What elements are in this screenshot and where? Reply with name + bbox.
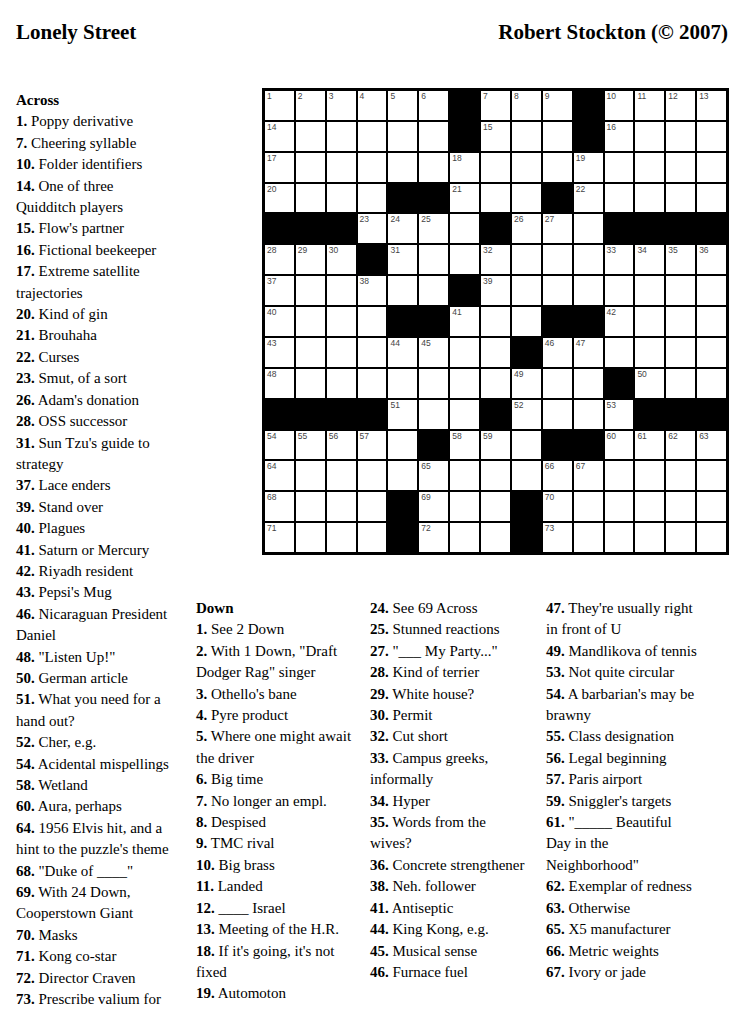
- cell-r4c9[interactable]: [512, 184, 541, 213]
- clue-down-30: 30. Permit: [370, 705, 526, 726]
- black-cell-r2c11: [574, 122, 603, 151]
- cell-r1c9[interactable]: 8: [512, 91, 541, 120]
- cell-r7c11[interactable]: [574, 276, 603, 305]
- clue-down-28: 28. Kind of terrier: [370, 662, 526, 683]
- cell-r6c12[interactable]: 33: [605, 245, 634, 274]
- cell-r6c7[interactable]: [450, 245, 479, 274]
- cell-r10c7[interactable]: [450, 369, 479, 398]
- cell-r10c2[interactable]: [296, 369, 325, 398]
- cell-r13c11[interactable]: 67: [574, 461, 603, 490]
- cell-r1c10[interactable]: 9: [543, 91, 572, 120]
- clue-down-56: 56. Legal beginning: [546, 748, 698, 769]
- cell-r1c4[interactable]: 4: [358, 91, 387, 120]
- clue-across-69: 69. With 24 Down, Cooperstown Giant: [16, 882, 174, 925]
- clue-number: 55.: [546, 728, 565, 744]
- cell-r9c5[interactable]: 44: [388, 338, 417, 367]
- cell-number-72: 72: [421, 523, 430, 533]
- black-cell-r10c12: [605, 369, 634, 398]
- cell-number-57: 57: [360, 431, 369, 441]
- black-cell-r14c5: [388, 492, 417, 521]
- cell-r14c12[interactable]: [605, 492, 634, 521]
- cell-r6c5[interactable]: 31: [388, 245, 417, 274]
- cell-r13c15[interactable]: [697, 461, 726, 490]
- cell-r8c8[interactable]: [481, 307, 510, 336]
- cell-r6c3[interactable]: 30: [327, 245, 356, 274]
- cell-number-59: 59: [483, 431, 492, 441]
- clue-across-42: 42. Riyadh resident: [16, 561, 174, 582]
- cell-r15c4[interactable]: [358, 523, 387, 552]
- cell-r12c12[interactable]: 60: [605, 431, 634, 460]
- black-cell-r5c15: [697, 214, 726, 243]
- cell-r3c14[interactable]: [666, 153, 695, 182]
- cell-number-67: 67: [576, 461, 585, 471]
- cell-number-56: 56: [329, 431, 338, 441]
- cell-r6c2[interactable]: 29: [296, 245, 325, 274]
- clue-down-19: 19. Automoton: [196, 983, 356, 1004]
- cell-r3c12[interactable]: [605, 153, 634, 182]
- cell-r11c5[interactable]: 51: [388, 400, 417, 429]
- cell-r8c12[interactable]: 42: [605, 307, 634, 336]
- cell-r5c11[interactable]: [574, 214, 603, 243]
- cell-r9c8[interactable]: [481, 338, 510, 367]
- cell-r11c7[interactable]: [450, 400, 479, 429]
- cell-r15c12[interactable]: [605, 523, 634, 552]
- cell-r3c1[interactable]: 17: [265, 153, 294, 182]
- clue-number: 37.: [16, 477, 35, 493]
- clue-number: 57.: [546, 771, 565, 787]
- clue-down-5: 5. Where one might await the driver: [196, 726, 356, 769]
- cell-r8c14[interactable]: [666, 307, 695, 336]
- cell-r1c8[interactable]: 7: [481, 91, 510, 120]
- clue-across-46: 46. Nicaraguan President Daniel: [16, 604, 174, 647]
- cell-r3c2[interactable]: [296, 153, 325, 182]
- cell-r10c3[interactable]: [327, 369, 356, 398]
- cell-number-20: 20: [267, 184, 276, 194]
- cell-r3c7[interactable]: 18: [450, 153, 479, 182]
- cell-r13c12[interactable]: [605, 461, 634, 490]
- cell-r1c13[interactable]: 11: [635, 91, 664, 120]
- cell-r12c4[interactable]: 57: [358, 431, 387, 460]
- cell-number-24: 24: [390, 214, 399, 224]
- cell-number-34: 34: [637, 245, 646, 255]
- cell-r7c14[interactable]: [666, 276, 695, 305]
- clue-down-9: 9. TMC rival: [196, 833, 356, 854]
- cell-r9c15[interactable]: [697, 338, 726, 367]
- clue-number: 29.: [370, 686, 389, 702]
- cell-r7c3[interactable]: [327, 276, 356, 305]
- cell-r10c1[interactable]: 48: [265, 369, 294, 398]
- cell-r5c7[interactable]: [450, 214, 479, 243]
- cell-r13c13[interactable]: [635, 461, 664, 490]
- cell-number-66: 66: [545, 461, 554, 471]
- cell-r15c14[interactable]: [666, 523, 695, 552]
- cell-number-27: 27: [545, 214, 554, 224]
- clue-number: 1.: [16, 113, 27, 129]
- clue-number: 67.: [546, 964, 565, 980]
- black-cell-r11c2: [296, 400, 325, 429]
- cell-number-22: 22: [576, 184, 585, 194]
- cell-r4c14[interactable]: [666, 184, 695, 213]
- cell-r4c12[interactable]: [605, 184, 634, 213]
- cell-r9c10[interactable]: 46: [543, 338, 572, 367]
- cell-r4c13[interactable]: [635, 184, 664, 213]
- cell-r15c6[interactable]: 72: [419, 523, 448, 552]
- clue-number: 6.: [196, 771, 207, 787]
- cell-r12c8[interactable]: 59: [481, 431, 510, 460]
- cell-r2c9[interactable]: [512, 122, 541, 151]
- cell-r1c1[interactable]: 1: [265, 91, 294, 120]
- cell-r9c6[interactable]: 45: [419, 338, 448, 367]
- cell-number-70: 70: [545, 492, 554, 502]
- cell-r9c13[interactable]: [635, 338, 664, 367]
- cell-number-36: 36: [699, 245, 708, 255]
- cell-r14c7[interactable]: [450, 492, 479, 521]
- cell-r13c4[interactable]: [358, 461, 387, 490]
- cell-r6c11[interactable]: [574, 245, 603, 274]
- cell-r6c9[interactable]: [512, 245, 541, 274]
- clue-number: 25.: [370, 621, 389, 637]
- cell-r5c10[interactable]: 27: [543, 214, 572, 243]
- cell-r10c13[interactable]: 50: [635, 369, 664, 398]
- cell-number-21: 21: [452, 184, 461, 194]
- cell-r10c8[interactable]: [481, 369, 510, 398]
- cell-r14c15[interactable]: [697, 492, 726, 521]
- clue-number: 10.: [196, 857, 215, 873]
- clue-number: 64.: [16, 820, 35, 836]
- cell-number-7: 7: [483, 91, 488, 101]
- cell-number-33: 33: [607, 245, 616, 255]
- cell-r6c14[interactable]: 35: [666, 245, 695, 274]
- cell-r13c6[interactable]: 65: [419, 461, 448, 490]
- cell-r15c8[interactable]: [481, 523, 510, 552]
- clue-number: 65.: [546, 921, 565, 937]
- cell-r1c3[interactable]: 3: [327, 91, 356, 120]
- cell-r14c11[interactable]: [574, 492, 603, 521]
- cell-r11c10[interactable]: [543, 400, 572, 429]
- cell-number-30: 30: [329, 245, 338, 255]
- cell-number-51: 51: [390, 400, 399, 410]
- cell-r13c14[interactable]: [666, 461, 695, 490]
- cell-r4c1[interactable]: 20: [265, 184, 294, 213]
- clue-number: 71.: [16, 948, 35, 964]
- cell-r9c1[interactable]: 43: [265, 338, 294, 367]
- clue-across-31: 31. Sun Tzu's guide to strategy: [16, 433, 174, 476]
- cell-number-40: 40: [267, 307, 276, 317]
- clue-number: 7.: [196, 793, 207, 809]
- clue-number: 28.: [16, 413, 35, 429]
- cell-r8c7[interactable]: 41: [450, 307, 479, 336]
- cell-r3c15[interactable]: [697, 153, 726, 182]
- cell-r15c11[interactable]: [574, 523, 603, 552]
- cell-r2c3[interactable]: [327, 122, 356, 151]
- black-cell-r6c4: [358, 245, 387, 274]
- clue-number: 13.: [196, 921, 215, 937]
- cell-r7c5[interactable]: [388, 276, 417, 305]
- black-cell-r11c1: [265, 400, 294, 429]
- cell-r10c11[interactable]: [574, 369, 603, 398]
- cell-r14c13[interactable]: [635, 492, 664, 521]
- clue-down-11: 11. Landed: [196, 876, 356, 897]
- cell-number-25: 25: [421, 214, 430, 224]
- clue-number: 36.: [370, 857, 389, 873]
- cell-r10c9[interactable]: 49: [512, 369, 541, 398]
- cell-r8c15[interactable]: [697, 307, 726, 336]
- cell-r10c6[interactable]: [419, 369, 448, 398]
- cell-r13c1[interactable]: 64: [265, 461, 294, 490]
- cell-r9c4[interactable]: [358, 338, 387, 367]
- cell-r6c13[interactable]: 34: [635, 245, 664, 274]
- cell-r3c8[interactable]: [481, 153, 510, 182]
- clue-number: 73.: [16, 991, 35, 1007]
- cell-r5c6[interactable]: 25: [419, 214, 448, 243]
- cell-r8c13[interactable]: [635, 307, 664, 336]
- cell-number-35: 35: [668, 245, 677, 255]
- cell-r1c12[interactable]: 10: [605, 91, 634, 120]
- cell-r4c8[interactable]: [481, 184, 510, 213]
- cell-r6c8[interactable]: 32: [481, 245, 510, 274]
- cell-r1c6[interactable]: 6: [419, 91, 448, 120]
- cell-r5c5[interactable]: 24: [388, 214, 417, 243]
- cell-number-16: 16: [607, 122, 616, 132]
- cell-r7c12[interactable]: [605, 276, 634, 305]
- clue-across-14: 14. One of three Quidditch players: [16, 176, 174, 219]
- cell-r12c2[interactable]: 55: [296, 431, 325, 460]
- clue-across-51: 51. What you need for a hand out?: [16, 689, 174, 732]
- cell-r11c11[interactable]: [574, 400, 603, 429]
- cell-r7c4[interactable]: 38: [358, 276, 387, 305]
- clue-number: 66.: [546, 943, 565, 959]
- clue-number: 5.: [196, 728, 207, 744]
- cell-r5c9[interactable]: 26: [512, 214, 541, 243]
- cell-r13c7[interactable]: [450, 461, 479, 490]
- cell-r3c11[interactable]: 19: [574, 153, 603, 182]
- cell-r1c15[interactable]: 13: [697, 91, 726, 120]
- clue-down-53: 53. Not quite circular: [546, 662, 698, 683]
- cell-r14c8[interactable]: [481, 492, 510, 521]
- cell-r15c15[interactable]: [697, 523, 726, 552]
- clue-down-66: 66. Metric weights: [546, 941, 698, 962]
- across-clues-column: Across 1. Poppy derivative7. Cheering sy…: [16, 90, 174, 1010]
- clue-number: 59.: [546, 793, 565, 809]
- cell-r13c3[interactable]: [327, 461, 356, 490]
- cell-r6c15[interactable]: 36: [697, 245, 726, 274]
- cell-r3c9[interactable]: [512, 153, 541, 182]
- cell-r4c7[interactable]: 21: [450, 184, 479, 213]
- cell-number-60: 60: [607, 431, 616, 441]
- cell-number-19: 19: [576, 153, 585, 163]
- cell-r3c10[interactable]: [543, 153, 572, 182]
- cell-r6c1[interactable]: 28: [265, 245, 294, 274]
- cell-r10c15[interactable]: [697, 369, 726, 398]
- cell-r15c2[interactable]: [296, 523, 325, 552]
- cell-r12c3[interactable]: 56: [327, 431, 356, 460]
- clue-across-50: 50. German article: [16, 668, 174, 689]
- cell-r1c14[interactable]: 12: [666, 91, 695, 120]
- cell-r13c8[interactable]: [481, 461, 510, 490]
- cell-r3c3[interactable]: [327, 153, 356, 182]
- cell-r13c2[interactable]: [296, 461, 325, 490]
- cell-r4c11[interactable]: 22: [574, 184, 603, 213]
- cell-r14c14[interactable]: [666, 492, 695, 521]
- cell-r2c2[interactable]: [296, 122, 325, 151]
- cell-r12c1[interactable]: 54: [265, 431, 294, 460]
- black-cell-r9c9: [512, 338, 541, 367]
- cell-number-42: 42: [607, 307, 616, 317]
- clue-number: 12.: [196, 900, 215, 916]
- cell-r4c15[interactable]: [697, 184, 726, 213]
- black-cell-r5c1: [265, 214, 294, 243]
- cell-number-29: 29: [298, 245, 307, 255]
- cell-number-4: 4: [360, 91, 365, 101]
- cell-r7c1[interactable]: 37: [265, 276, 294, 305]
- cell-r8c4[interactable]: [358, 307, 387, 336]
- cell-r8c3[interactable]: [327, 307, 356, 336]
- cell-r14c3[interactable]: [327, 492, 356, 521]
- clue-across-70: 70. Masks: [16, 925, 174, 946]
- cell-r12c13[interactable]: 61: [635, 431, 664, 460]
- cell-r2c15[interactable]: [697, 122, 726, 151]
- cell-r14c1[interactable]: 68: [265, 492, 294, 521]
- clue-across-7: 7. Cheering syllable: [16, 133, 174, 154]
- black-cell-r5c14: [666, 214, 695, 243]
- cell-r7c13[interactable]: [635, 276, 664, 305]
- clue-number: 2.: [196, 643, 207, 659]
- cell-r4c4[interactable]: [358, 184, 387, 213]
- clue-down-63: 63. Otherwise: [546, 898, 698, 919]
- clue-number: 30.: [370, 707, 389, 723]
- cell-r12c14[interactable]: 62: [666, 431, 695, 460]
- clue-down-12: 12. ____ Israel: [196, 898, 356, 919]
- cell-r2c12[interactable]: 16: [605, 122, 634, 151]
- cell-r9c7[interactable]: [450, 338, 479, 367]
- cell-r10c10[interactable]: [543, 369, 572, 398]
- cell-r10c4[interactable]: [358, 369, 387, 398]
- cell-r15c7[interactable]: [450, 523, 479, 552]
- clue-number: 47.: [546, 600, 565, 616]
- clue-down-2: 2. With 1 Down, "Draft Dodger Rag" singe…: [196, 641, 356, 684]
- cell-r12c9[interactable]: [512, 431, 541, 460]
- black-cell-r11c13: [635, 400, 664, 429]
- clue-across-58: 58. Wetland: [16, 775, 174, 796]
- cell-r9c14[interactable]: [666, 338, 695, 367]
- cell-r9c12[interactable]: [605, 338, 634, 367]
- cell-r2c8[interactable]: 15: [481, 122, 510, 151]
- cell-r7c6[interactable]: [419, 276, 448, 305]
- cell-r3c13[interactable]: [635, 153, 664, 182]
- clue-number: 39.: [16, 499, 35, 515]
- cell-r14c6[interactable]: 69: [419, 492, 448, 521]
- cell-r2c10[interactable]: [543, 122, 572, 151]
- cell-r2c6[interactable]: [419, 122, 448, 151]
- cell-r2c13[interactable]: [635, 122, 664, 151]
- cell-r6c6[interactable]: [419, 245, 448, 274]
- cell-r1c2[interactable]: 2: [296, 91, 325, 120]
- cell-r12c5[interactable]: [388, 431, 417, 460]
- clue-number: 19.: [196, 985, 215, 1001]
- cell-r1c5[interactable]: 5: [388, 91, 417, 120]
- cell-r7c2[interactable]: [296, 276, 325, 305]
- cell-r14c4[interactable]: [358, 492, 387, 521]
- cell-r4c3[interactable]: [327, 184, 356, 213]
- cell-r10c14[interactable]: [666, 369, 695, 398]
- cell-r3c5[interactable]: [388, 153, 417, 182]
- cell-r15c1[interactable]: 71: [265, 523, 294, 552]
- cell-number-46: 46: [545, 338, 554, 348]
- black-cell-r11c15: [697, 400, 726, 429]
- cell-r8c2[interactable]: [296, 307, 325, 336]
- cell-r14c2[interactable]: [296, 492, 325, 521]
- cell-r2c4[interactable]: [358, 122, 387, 151]
- clue-down-1: 1. See 2 Down: [196, 619, 356, 640]
- clue-down-27: 27. "___ My Party...": [370, 641, 526, 662]
- cell-r7c15[interactable]: [697, 276, 726, 305]
- clue-number: 63.: [546, 900, 565, 916]
- cell-r11c9[interactable]: 52: [512, 400, 541, 429]
- clue-down-10: 10. Big brass: [196, 855, 356, 876]
- cell-r8c9[interactable]: [512, 307, 541, 336]
- cell-r2c5[interactable]: [388, 122, 417, 151]
- cell-r10c5[interactable]: [388, 369, 417, 398]
- clue-down-8: 8. Despised: [196, 812, 356, 833]
- cell-r2c14[interactable]: [666, 122, 695, 151]
- black-cell-r12c6: [419, 431, 448, 460]
- cell-number-41: 41: [452, 307, 461, 317]
- cell-r3c6[interactable]: [419, 153, 448, 182]
- clue-across-39: 39. Stand over: [16, 497, 174, 518]
- clue-across-72: 72. Director Craven: [16, 968, 174, 989]
- cell-r4c2[interactable]: [296, 184, 325, 213]
- cell-r15c3[interactable]: [327, 523, 356, 552]
- cell-r13c10[interactable]: 66: [543, 461, 572, 490]
- clue-number: 62.: [546, 878, 565, 894]
- cell-r11c6[interactable]: [419, 400, 448, 429]
- cell-r14c10[interactable]: 70: [543, 492, 572, 521]
- cell-r5c4[interactable]: 23: [358, 214, 387, 243]
- black-cell-r4c5: [388, 184, 417, 213]
- cell-r8c1[interactable]: 40: [265, 307, 294, 336]
- cell-r9c2[interactable]: [296, 338, 325, 367]
- cell-number-64: 64: [267, 461, 276, 471]
- clue-number: 45.: [370, 943, 389, 959]
- black-cell-r5c3: [327, 214, 356, 243]
- cell-r13c9[interactable]: [512, 461, 541, 490]
- cell-number-6: 6: [421, 91, 426, 101]
- cell-r9c11[interactable]: 47: [574, 338, 603, 367]
- cell-r7c10[interactable]: [543, 276, 572, 305]
- cell-r7c8[interactable]: 39: [481, 276, 510, 305]
- cell-number-15: 15: [483, 122, 492, 132]
- cell-r7c9[interactable]: [512, 276, 541, 305]
- clue-number: 8.: [196, 814, 207, 830]
- cell-number-12: 12: [668, 91, 677, 101]
- cell-r15c10[interactable]: 73: [543, 523, 572, 552]
- cell-r2c1[interactable]: 14: [265, 122, 294, 151]
- cell-r12c7[interactable]: 58: [450, 431, 479, 460]
- clue-down-44: 44. King Kong, e.g.: [370, 919, 526, 940]
- cell-number-61: 61: [637, 431, 646, 441]
- cell-r6c10[interactable]: [543, 245, 572, 274]
- cell-r9c3[interactable]: [327, 338, 356, 367]
- cell-r15c13[interactable]: [635, 523, 664, 552]
- cell-r11c12[interactable]: 53: [605, 400, 634, 429]
- clue-down-7: 7. No longer an empl.: [196, 791, 356, 812]
- black-cell-r8c6: [419, 307, 448, 336]
- clue-number: 41.: [16, 542, 35, 558]
- cell-r13c5[interactable]: [388, 461, 417, 490]
- cell-r3c4[interactable]: [358, 153, 387, 182]
- cell-r12c15[interactable]: 63: [697, 431, 726, 460]
- black-cell-r5c8: [481, 214, 510, 243]
